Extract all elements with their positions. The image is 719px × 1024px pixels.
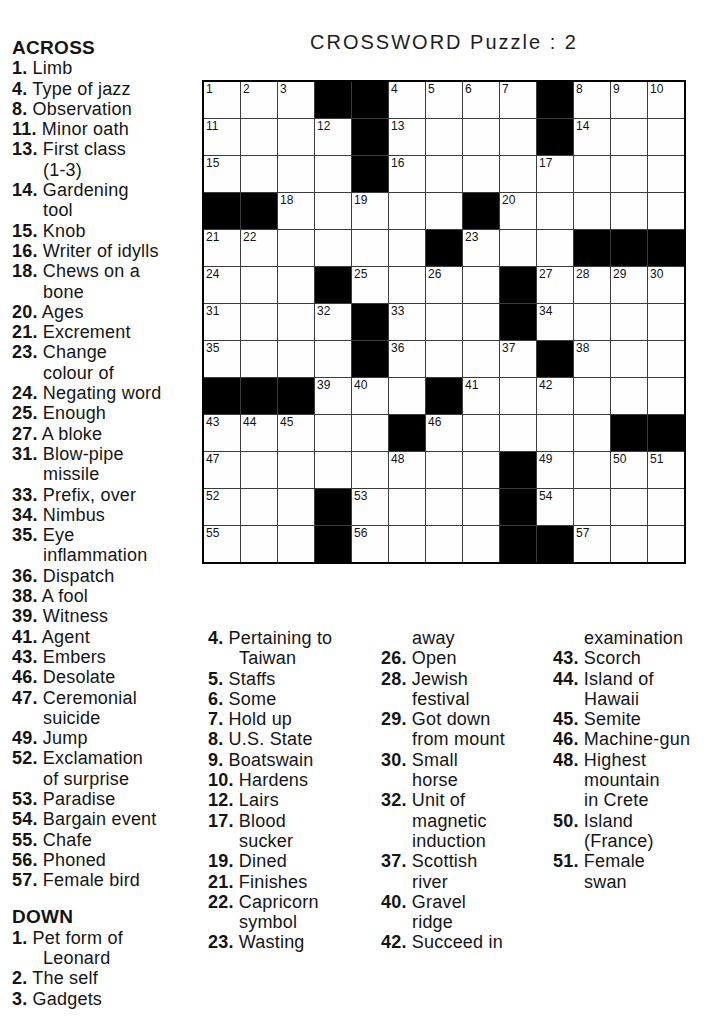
down-heading: DOWN	[12, 907, 200, 927]
grid-cell[interactable]	[537, 415, 573, 451]
grid-cell[interactable]: 32	[315, 304, 351, 340]
clue-number: 8.	[208, 729, 223, 749]
grid-cell[interactable]	[463, 452, 499, 488]
grid-cell[interactable]	[315, 452, 351, 488]
clue-number: 52.	[12, 748, 38, 768]
grid-cell[interactable]: 40	[352, 378, 388, 414]
grid-cell[interactable]: 39	[315, 378, 351, 414]
clue-number: 5.	[208, 669, 223, 689]
grid-cell[interactable]	[278, 267, 314, 303]
grid-cell[interactable]: 31	[204, 304, 240, 340]
clue-number: 24.	[12, 383, 38, 403]
grid-cell[interactable]: 30	[648, 267, 684, 303]
grid-cell[interactable]	[463, 156, 499, 192]
cell-number: 51	[650, 453, 663, 466]
clue-item: 13. First class(1-3)	[12, 139, 200, 180]
grid-cell[interactable]	[611, 526, 647, 562]
grid-cell[interactable]: 44	[241, 415, 277, 451]
grid-cell[interactable]	[241, 156, 277, 192]
cell-number: 11	[206, 120, 218, 133]
grid-cell[interactable]	[241, 119, 277, 155]
clue-item: 48. Highestmountainin Crete	[553, 750, 717, 811]
clue-item: 27. A bloke	[12, 424, 200, 444]
cell-number: 47	[206, 453, 219, 466]
grid-cell[interactable]	[611, 156, 647, 192]
grid-cell[interactable]: 56	[352, 526, 388, 562]
black-cell	[352, 156, 388, 192]
clue-item: 38. A fool	[12, 586, 200, 606]
grid-cell[interactable]: 6	[463, 82, 499, 118]
grid-cell[interactable]: 7	[500, 82, 536, 118]
clue-number: 27.	[12, 424, 38, 444]
grid-cell[interactable]	[574, 156, 610, 192]
clue-number: 21.	[12, 322, 38, 342]
grid-cell[interactable]	[389, 489, 425, 525]
grid-cell[interactable]: 24	[204, 267, 240, 303]
clue-item: 52. Exclamationof surprise	[12, 748, 200, 789]
grid-cell[interactable]: 22	[241, 230, 277, 266]
grid-cell[interactable]	[389, 267, 425, 303]
grid-cell[interactable]	[611, 341, 647, 377]
grid-cell[interactable]: 57	[574, 526, 610, 562]
grid-cell[interactable]: 47	[204, 452, 240, 488]
cell-number: 48	[391, 453, 404, 466]
clue-item: 2. The self	[12, 968, 200, 988]
black-cell	[278, 378, 314, 414]
cell-number: 17	[539, 157, 552, 170]
black-cell	[352, 341, 388, 377]
clue-number: 40.	[381, 892, 407, 912]
grid-cell[interactable]: 11	[204, 119, 240, 155]
grid-cell[interactable]	[648, 378, 684, 414]
cell-number: 56	[354, 527, 367, 540]
grid-cell[interactable]: 3	[278, 82, 314, 118]
black-cell	[574, 230, 610, 266]
clue-item: 5. Staffs	[208, 669, 378, 689]
clue-item: 17. Bloodsucker	[208, 811, 378, 852]
grid-cell[interactable]	[463, 304, 499, 340]
grid-cell[interactable]: 45	[278, 415, 314, 451]
clue-item: 25. Enough	[12, 403, 200, 423]
clue-number: 3.	[12, 989, 27, 1009]
grid-cell[interactable]: 4	[389, 82, 425, 118]
grid-cell[interactable]	[241, 341, 277, 377]
cell-number: 23	[465, 231, 478, 244]
cell-number: 50	[613, 453, 626, 466]
clue-item: examination	[553, 628, 717, 648]
grid-cell[interactable]: 15	[204, 156, 240, 192]
grid-cell[interactable]: 26	[426, 267, 462, 303]
clue-item: 45. Semite	[553, 709, 717, 729]
grid-cell[interactable]: 51	[648, 452, 684, 488]
grid-cell[interactable]	[500, 119, 536, 155]
cell-number: 34	[539, 305, 552, 318]
clue-item: 23. Changecolour of	[12, 342, 200, 383]
clue-number: 55.	[12, 830, 38, 850]
grid-cell[interactable]	[574, 193, 610, 229]
cell-number: 9	[613, 83, 620, 96]
grid-cell[interactable]	[426, 452, 462, 488]
cell-number: 52	[206, 490, 219, 503]
grid-cell[interactable]	[500, 156, 536, 192]
clue-number: 17.	[208, 811, 234, 831]
clue-number: 21.	[208, 872, 234, 892]
grid-cell[interactable]: 14	[574, 119, 610, 155]
clue-number: 12.	[208, 790, 234, 810]
grid-cell[interactable]	[389, 378, 425, 414]
grid-cell[interactable]: 38	[574, 341, 610, 377]
cell-number: 24	[206, 268, 219, 281]
black-cell	[315, 267, 351, 303]
clue-item: 57. Female bird	[12, 870, 200, 890]
clue-number: 20.	[12, 302, 38, 322]
cell-number: 20	[502, 194, 515, 207]
grid-cell[interactable]	[278, 304, 314, 340]
black-cell	[426, 230, 462, 266]
grid-cell[interactable]	[278, 119, 314, 155]
clue-item: 35. Eyeinflammation	[12, 525, 200, 566]
cell-number: 39	[317, 379, 330, 392]
cell-number: 7	[502, 83, 509, 96]
black-cell	[315, 526, 351, 562]
grid-cell[interactable]: 1	[204, 82, 240, 118]
clue-item: 11. Minor oath	[12, 119, 200, 139]
clue-number: 14.	[12, 180, 38, 200]
grid-cell[interactable]	[611, 489, 647, 525]
black-cell	[648, 230, 684, 266]
clue-item: 30. Smallhorse	[381, 750, 549, 791]
clue-item: 21. Finishes	[208, 872, 378, 892]
grid-cell[interactable]	[648, 156, 684, 192]
clue-column-4: examination43. Scorch44. Island ofHawaii…	[553, 628, 717, 892]
cell-number: 1	[206, 83, 213, 96]
grid-cell[interactable]: 19	[352, 193, 388, 229]
clue-item: 15. Knob	[12, 221, 200, 241]
grid-cell[interactable]	[315, 341, 351, 377]
clue-number: 50.	[553, 811, 579, 831]
grid-cell[interactable]: 8	[574, 82, 610, 118]
grid-cell[interactable]	[278, 156, 314, 192]
clue-item: 4. Pertaining toTaiwan	[208, 628, 378, 669]
clue-item: 43. Scorch	[553, 648, 717, 668]
cell-number: 5	[428, 83, 435, 96]
clue-item: 55. Chafe	[12, 830, 200, 850]
cell-number: 10	[650, 83, 663, 96]
grid-cell[interactable]	[537, 230, 573, 266]
grid-cell[interactable]	[241, 489, 277, 525]
cell-number: 37	[502, 342, 515, 355]
grid-cell[interactable]	[426, 304, 462, 340]
grid-cell[interactable]: 50	[611, 452, 647, 488]
grid-cell[interactable]: 12	[315, 119, 351, 155]
grid-cell[interactable]: 34	[537, 304, 573, 340]
grid-cell[interactable]	[352, 230, 388, 266]
clue-number: 10.	[208, 770, 234, 790]
clue-number: 47.	[12, 688, 38, 708]
grid-cell[interactable]	[426, 341, 462, 377]
cell-number: 30	[650, 268, 663, 281]
clue-item: 46. Machine-gun	[553, 729, 717, 749]
grid-cell[interactable]	[537, 193, 573, 229]
clue-column-left: ACROSS1. Limb4. Type of jazz8. Observati…	[12, 38, 200, 1009]
grid-cell[interactable]	[611, 119, 647, 155]
clue-number: 19.	[208, 851, 234, 871]
grid-cell[interactable]: 28	[574, 267, 610, 303]
clue-number: 38.	[12, 586, 38, 606]
grid-cell[interactable]	[426, 193, 462, 229]
clue-number: 25.	[12, 403, 38, 423]
clue-item: 29. Got downfrom mount	[381, 709, 549, 750]
grid-cell[interactable]: 54	[537, 489, 573, 525]
grid-cell[interactable]	[500, 230, 536, 266]
cell-number: 31	[206, 305, 219, 318]
grid-cell[interactable]	[574, 304, 610, 340]
cell-number: 33	[391, 305, 404, 318]
grid-cell[interactable]: 55	[204, 526, 240, 562]
black-cell	[315, 489, 351, 525]
grid-cell[interactable]: 41	[463, 378, 499, 414]
clue-number: 33.	[12, 485, 38, 505]
cell-number: 16	[391, 157, 404, 170]
grid-cell[interactable]	[463, 526, 499, 562]
clue-item: 21. Excrement	[12, 322, 200, 342]
grid-cell[interactable]: 5	[426, 82, 462, 118]
grid-cell[interactable]	[278, 452, 314, 488]
cell-number: 46	[428, 416, 441, 429]
grid-cell[interactable]	[648, 193, 684, 229]
grid-cell[interactable]	[426, 156, 462, 192]
puzzle-title: CROSSWORD Puzzle : 2	[202, 31, 686, 54]
cell-number: 45	[280, 416, 293, 429]
grid-cell[interactable]: 33	[389, 304, 425, 340]
clue-item: 43. Embers	[12, 647, 200, 667]
grid-cell[interactable]: 37	[500, 341, 536, 377]
grid-cell[interactable]	[389, 526, 425, 562]
grid-cell[interactable]	[574, 378, 610, 414]
grid-cell[interactable]	[574, 415, 610, 451]
clue-number: 23.	[12, 342, 38, 362]
black-cell	[389, 415, 425, 451]
cell-number: 25	[354, 268, 367, 281]
grid-cell[interactable]	[241, 304, 277, 340]
clue-item: 36. Dispatch	[12, 566, 200, 586]
clue-item: 12. Lairs	[208, 790, 378, 810]
grid-cell[interactable]: 20	[500, 193, 536, 229]
clue-item: 47. Ceremonialsuicide	[12, 688, 200, 729]
grid-cell[interactable]	[463, 267, 499, 303]
grid-cell[interactable]: 2	[241, 82, 277, 118]
grid-cell[interactable]	[500, 378, 536, 414]
clue-number: 18.	[12, 261, 38, 281]
cell-number: 3	[280, 83, 287, 96]
clue-number: 57.	[12, 870, 38, 890]
cell-number: 26	[428, 268, 441, 281]
cell-number: 40	[354, 379, 367, 392]
clue-number: 39.	[12, 606, 38, 626]
cell-number: 4	[391, 83, 398, 96]
grid-cell[interactable]	[574, 452, 610, 488]
crossword-page: { "game": "crossword", "title": "CROSSWO…	[0, 0, 719, 1024]
grid-cell[interactable]	[278, 489, 314, 525]
grid-cell[interactable]: 49	[537, 452, 573, 488]
clue-column-3: away26. Open28. Jewishfestival29. Got do…	[381, 628, 549, 953]
black-cell	[611, 415, 647, 451]
clue-number: 35.	[12, 525, 38, 545]
grid-cell[interactable]	[648, 489, 684, 525]
grid-cell[interactable]: 46	[426, 415, 462, 451]
black-cell	[537, 82, 573, 118]
clue-number: 54.	[12, 809, 38, 829]
grid-cell[interactable]	[426, 526, 462, 562]
cell-number: 55	[206, 527, 219, 540]
black-cell	[611, 230, 647, 266]
grid-cell[interactable]	[389, 193, 425, 229]
grid-cell[interactable]: 42	[537, 378, 573, 414]
grid-cell[interactable]	[389, 230, 425, 266]
grid-cell[interactable]: 53	[352, 489, 388, 525]
black-cell	[315, 82, 351, 118]
grid-cell[interactable]	[241, 526, 277, 562]
clue-number: 26.	[381, 648, 407, 668]
clue-number: 6.	[208, 689, 223, 709]
clue-number: 2.	[12, 968, 27, 988]
grid-cell[interactable]: 27	[537, 267, 573, 303]
grid-cell[interactable]	[352, 415, 388, 451]
clue-number: 56.	[12, 850, 38, 870]
clue-number: 9.	[208, 750, 223, 770]
black-cell	[463, 193, 499, 229]
clue-item: 54. Bargain event	[12, 809, 200, 829]
cell-number: 29	[613, 268, 626, 281]
grid-cell[interactable]: 13	[389, 119, 425, 155]
clue-item: 9. Boatswain	[208, 750, 378, 770]
cell-number: 19	[354, 194, 367, 207]
clue-item: 8. U.S. State	[208, 729, 378, 749]
clue-item: 1. Pet form ofLeonard	[12, 928, 200, 969]
clue-item: 56. Phoned	[12, 850, 200, 870]
clue-item: 24. Negating word	[12, 383, 200, 403]
cell-number: 22	[243, 231, 256, 244]
black-cell	[426, 378, 462, 414]
grid-cell[interactable]: 18	[278, 193, 314, 229]
clue-number: 31.	[12, 444, 38, 464]
grid-cell[interactable]	[463, 415, 499, 451]
black-cell	[241, 193, 277, 229]
clue-item: 6. Some	[208, 689, 378, 709]
grid-cell[interactable]	[426, 489, 462, 525]
grid-cell[interactable]: 21	[204, 230, 240, 266]
clue-item: 18. Chews on abone	[12, 261, 200, 302]
grid-cell[interactable]	[315, 415, 351, 451]
grid-cell[interactable]	[426, 119, 462, 155]
grid-cell[interactable]	[241, 267, 277, 303]
grid-cell[interactable]	[500, 415, 536, 451]
grid-cell[interactable]	[611, 304, 647, 340]
clue-number: 7.	[208, 709, 223, 729]
clue-item: 34. Nimbus	[12, 505, 200, 525]
cell-number: 6	[465, 83, 472, 96]
clue-item: 53. Paradise	[12, 789, 200, 809]
across-heading: ACROSS	[12, 38, 200, 58]
grid-cell[interactable]: 35	[204, 341, 240, 377]
clue-item: 50. Island(France)	[553, 811, 717, 852]
cell-number: 14	[576, 120, 589, 133]
black-cell	[204, 378, 240, 414]
black-cell	[500, 452, 536, 488]
grid-cell[interactable]	[278, 526, 314, 562]
grid-cell[interactable]	[611, 378, 647, 414]
clue-column-2: 4. Pertaining toTaiwan5. Staffs6. Some7.…	[208, 628, 378, 953]
clue-number: 4.	[208, 628, 223, 648]
black-cell	[537, 341, 573, 377]
cell-number: 57	[576, 527, 589, 540]
grid-cell[interactable]: 17	[537, 156, 573, 192]
black-cell	[537, 526, 573, 562]
black-cell	[500, 489, 536, 525]
clue-number: 44.	[553, 669, 579, 689]
clue-number: 32.	[381, 790, 407, 810]
grid-cell[interactable]	[648, 526, 684, 562]
grid-cell[interactable]: 52	[204, 489, 240, 525]
clue-number: 46.	[12, 667, 38, 687]
clue-item: 41. Agent	[12, 627, 200, 647]
grid-cell[interactable]	[648, 304, 684, 340]
clue-number: 13.	[12, 139, 38, 159]
grid-cell[interactable]: 25	[352, 267, 388, 303]
clue-number: 1.	[12, 928, 27, 948]
grid-cell[interactable]: 48	[389, 452, 425, 488]
grid-cell[interactable]: 10	[648, 82, 684, 118]
grid-cell[interactable]	[352, 452, 388, 488]
clue-number: 43.	[12, 647, 38, 667]
grid-cell[interactable]: 9	[611, 82, 647, 118]
cell-number: 44	[243, 416, 256, 429]
grid-cell[interactable]	[648, 119, 684, 155]
grid-cell[interactable]: 16	[389, 156, 425, 192]
clue-item: 8. Observation	[12, 99, 200, 119]
clue-item: 49. Jump	[12, 728, 200, 748]
clue-number: 11.	[12, 119, 37, 139]
cell-number: 38	[576, 342, 589, 355]
grid-cell[interactable]	[315, 230, 351, 266]
clue-item: 44. Island ofHawaii	[553, 669, 717, 710]
cell-number: 49	[539, 453, 552, 466]
grid-cell[interactable]	[463, 119, 499, 155]
clue-number: 4.	[12, 79, 27, 99]
grid-cell[interactable]	[463, 341, 499, 377]
grid-cell[interactable]	[241, 452, 277, 488]
grid-cell[interactable]: 29	[611, 267, 647, 303]
crossword-grid: 1234567891011121314151617181920212223242…	[202, 80, 686, 564]
grid-cell[interactable]	[611, 193, 647, 229]
grid-cell[interactable]: 23	[463, 230, 499, 266]
clue-number: 29.	[381, 709, 407, 729]
grid-cell[interactable]: 43	[204, 415, 240, 451]
grid-cell[interactable]	[574, 489, 610, 525]
grid-cell[interactable]	[463, 489, 499, 525]
grid-cell[interactable]	[315, 156, 351, 192]
grid-cell[interactable]	[315, 193, 351, 229]
cell-number: 18	[280, 194, 293, 207]
cell-number: 28	[576, 268, 589, 281]
grid-cell[interactable]	[278, 341, 314, 377]
grid-cell[interactable]	[278, 230, 314, 266]
clue-number: 8.	[12, 99, 27, 119]
clue-number: 15.	[12, 221, 38, 241]
cell-number: 12	[317, 120, 330, 133]
grid-cell[interactable]	[648, 341, 684, 377]
grid-cell[interactable]: 36	[389, 341, 425, 377]
